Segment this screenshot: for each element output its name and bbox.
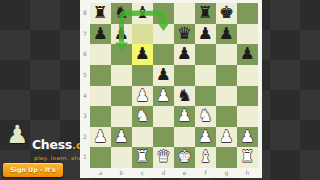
square-b3[interactable] bbox=[111, 106, 132, 127]
square-f2[interactable]: ♟ bbox=[195, 127, 216, 148]
white-pawn: ♟ bbox=[177, 106, 192, 127]
file-label-e: e bbox=[174, 168, 195, 178]
square-g4[interactable] bbox=[216, 86, 237, 107]
square-b8[interactable]: ♞ bbox=[111, 3, 132, 24]
rank-label-7: 7 bbox=[80, 24, 90, 45]
black-rook: ♜ bbox=[198, 3, 213, 24]
white-queen: ♛ bbox=[156, 147, 171, 168]
square-b4[interactable] bbox=[111, 86, 132, 107]
square-g7[interactable]: ♟ bbox=[216, 24, 237, 45]
black-knight: ♞ bbox=[114, 3, 129, 24]
square-d2[interactable] bbox=[153, 127, 174, 148]
square-b5[interactable] bbox=[111, 65, 132, 86]
square-c7[interactable] bbox=[132, 24, 153, 45]
file-label-f: f bbox=[195, 168, 216, 178]
black-pawn: ♟ bbox=[114, 24, 129, 45]
rank-label-1: 1 bbox=[80, 147, 90, 168]
rank-label-3: 3 bbox=[80, 106, 90, 127]
white-pawn: ♟ bbox=[156, 86, 171, 107]
square-g6[interactable] bbox=[216, 44, 237, 65]
white-pawn: ♟ bbox=[93, 127, 108, 148]
square-f3[interactable]: ♞ bbox=[195, 106, 216, 127]
square-e2[interactable] bbox=[174, 127, 195, 148]
sign-up-button[interactable]: Sign Up - It's FREE! bbox=[3, 163, 63, 177]
square-c4[interactable]: ♟ bbox=[132, 86, 153, 107]
square-f7[interactable]: ♟ bbox=[195, 24, 216, 45]
square-e8[interactable] bbox=[174, 3, 195, 24]
square-d3[interactable] bbox=[153, 106, 174, 127]
square-e5[interactable] bbox=[174, 65, 195, 86]
square-c1[interactable]: ♜ bbox=[132, 147, 153, 168]
white-rook: ♜ bbox=[240, 147, 255, 168]
square-e3[interactable]: ♟ bbox=[174, 106, 195, 127]
square-f8[interactable]: ♜ bbox=[195, 3, 216, 24]
square-d5[interactable]: ♟ bbox=[153, 65, 174, 86]
white-bishop: ♝ bbox=[198, 147, 213, 168]
white-pawn: ♟ bbox=[135, 86, 150, 107]
square-e4[interactable]: ♞ bbox=[174, 86, 195, 107]
white-pawn: ♟ bbox=[219, 127, 234, 148]
square-c5[interactable] bbox=[132, 65, 153, 86]
square-a7[interactable]: ♟ bbox=[90, 24, 111, 45]
square-f6[interactable] bbox=[195, 44, 216, 65]
square-c8[interactable]: ♝ bbox=[132, 3, 153, 24]
black-queen: ♛ bbox=[177, 24, 192, 45]
square-f5[interactable] bbox=[195, 65, 216, 86]
square-h1[interactable]: ♜ bbox=[237, 147, 258, 168]
file-label-c: c bbox=[132, 168, 153, 178]
file-label-g: g bbox=[216, 168, 237, 178]
square-a5[interactable] bbox=[90, 65, 111, 86]
square-d1[interactable]: ♛ bbox=[153, 147, 174, 168]
square-d6[interactable] bbox=[153, 44, 174, 65]
file-label-a: a bbox=[90, 168, 111, 178]
square-g8[interactable]: ♚ bbox=[216, 3, 237, 24]
white-rook: ♜ bbox=[135, 147, 150, 168]
rank-label-4: 4 bbox=[80, 86, 90, 107]
square-a2[interactable]: ♟ bbox=[90, 127, 111, 148]
square-h5[interactable] bbox=[237, 65, 258, 86]
white-pawn: ♟ bbox=[240, 127, 255, 148]
chesscom-promo-panel: ♟ Chess.com play. learn. share. Sign Up … bbox=[0, 118, 80, 180]
square-c6[interactable]: ♟ bbox=[132, 44, 153, 65]
square-d4[interactable]: ♟ bbox=[153, 86, 174, 107]
black-pawn: ♟ bbox=[219, 24, 234, 45]
white-king: ♚ bbox=[177, 147, 192, 168]
brand-text: Chess bbox=[32, 137, 72, 152]
square-h8[interactable] bbox=[237, 3, 258, 24]
black-king: ♚ bbox=[219, 3, 234, 24]
square-a4[interactable] bbox=[90, 86, 111, 107]
chesscom-pawn-logo-icon: ♟ bbox=[6, 122, 28, 147]
white-pawn: ♟ bbox=[114, 127, 129, 148]
white-knight: ♞ bbox=[135, 106, 150, 127]
black-knight: ♞ bbox=[177, 86, 192, 107]
square-b7[interactable]: ♟ bbox=[111, 24, 132, 45]
file-label-b: b bbox=[111, 168, 132, 178]
chess-board-frame: 87654321 abcdefgh ♜♞♝♜♚♟♟♛♟♟♟♟♟♟♟♟♞♞♟♞♟♟… bbox=[80, 0, 262, 178]
square-h7[interactable] bbox=[237, 24, 258, 45]
square-b6[interactable] bbox=[111, 44, 132, 65]
square-e7[interactable]: ♛ bbox=[174, 24, 195, 45]
square-h4[interactable] bbox=[237, 86, 258, 107]
black-bishop: ♝ bbox=[135, 3, 150, 24]
square-d7[interactable] bbox=[153, 24, 174, 45]
square-h2[interactable]: ♟ bbox=[237, 127, 258, 148]
black-pawn: ♟ bbox=[135, 44, 150, 65]
square-f1[interactable]: ♝ bbox=[195, 147, 216, 168]
video-frame: ♟ Chess.com play. learn. share. Sign Up … bbox=[0, 0, 320, 180]
square-d8[interactable] bbox=[153, 3, 174, 24]
square-b2[interactable]: ♟ bbox=[111, 127, 132, 148]
black-pawn: ♟ bbox=[156, 65, 171, 86]
black-pawn: ♟ bbox=[93, 24, 108, 45]
file-label-d: d bbox=[153, 168, 174, 178]
white-knight: ♞ bbox=[198, 106, 213, 127]
square-a8[interactable]: ♜ bbox=[90, 3, 111, 24]
square-g2[interactable]: ♟ bbox=[216, 127, 237, 148]
rank-label-6: 6 bbox=[80, 44, 90, 65]
chess-board[interactable]: ♜♞♝♜♚♟♟♛♟♟♟♟♟♟♟♟♞♞♟♞♟♟♟♟♟♜♛♚♝♜ bbox=[90, 3, 258, 168]
black-pawn: ♟ bbox=[177, 44, 192, 65]
black-rook: ♜ bbox=[93, 3, 108, 24]
rank-label-2: 2 bbox=[80, 127, 90, 148]
white-pawn: ♟ bbox=[198, 127, 213, 148]
square-h6[interactable]: ♟ bbox=[237, 44, 258, 65]
square-c3[interactable]: ♞ bbox=[132, 106, 153, 127]
square-h3[interactable] bbox=[237, 106, 258, 127]
black-pawn: ♟ bbox=[240, 44, 255, 65]
black-pawn: ♟ bbox=[198, 24, 213, 45]
square-g3[interactable] bbox=[216, 106, 237, 127]
square-g5[interactable] bbox=[216, 65, 237, 86]
square-b1[interactable] bbox=[111, 147, 132, 168]
square-f4[interactable] bbox=[195, 86, 216, 107]
rank-label-8: 8 bbox=[80, 3, 90, 24]
rank-label-5: 5 bbox=[80, 65, 90, 86]
file-label-h: h bbox=[237, 168, 258, 178]
square-a6[interactable] bbox=[90, 44, 111, 65]
square-c2[interactable] bbox=[132, 127, 153, 148]
square-e1[interactable]: ♚ bbox=[174, 147, 195, 168]
square-e6[interactable]: ♟ bbox=[174, 44, 195, 65]
square-g1[interactable] bbox=[216, 147, 237, 168]
square-a3[interactable] bbox=[90, 106, 111, 127]
square-a1[interactable] bbox=[90, 147, 111, 168]
